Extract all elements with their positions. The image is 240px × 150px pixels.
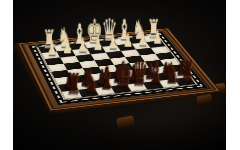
piece-white-rook: ♜	[42, 27, 56, 53]
letterbox-right	[226, 0, 240, 150]
letterbox-left	[0, 0, 13, 150]
photo-area: ♜♞♝♚♛♝♞♜♟♟♟♟♟♟♟♟♟♟♟♟♟♟♟♟♜♞♝♚♛♝♞♜	[13, 0, 226, 150]
piece-white-knight: ♞	[57, 24, 71, 51]
chess-set-photo: ♜♞♝♚♛♝♞♜♟♟♟♟♟♟♟♟♟♟♟♟♟♟♟♟♜♞♝♚♛♝♞♜	[0, 0, 240, 150]
square-f4	[79, 60, 98, 68]
piece-white-rook: ♜	[147, 16, 160, 41]
